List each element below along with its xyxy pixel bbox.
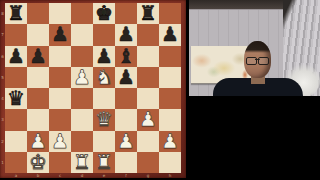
square-g6[interactable] — [137, 46, 159, 67]
square-e3[interactable]: ♛ — [93, 109, 115, 130]
square-d8[interactable] — [71, 3, 93, 24]
square-c7[interactable]: ♟ — [49, 24, 71, 45]
square-f1[interactable] — [115, 152, 137, 173]
square-h3[interactable] — [159, 109, 181, 130]
white-pawn-piece[interactable]: ♟ — [161, 131, 179, 152]
square-b3[interactable] — [27, 109, 49, 130]
black-rook-piece[interactable]: ♜ — [7, 3, 25, 24]
white-pawn-piece[interactable]: ♟ — [51, 131, 69, 152]
square-c2[interactable]: ♟ — [49, 131, 71, 152]
board-bottom-edge — [0, 178, 186, 180]
square-a8[interactable]: ♜ — [5, 3, 27, 24]
square-e2[interactable] — [93, 131, 115, 152]
square-a4[interactable]: ♛ — [5, 88, 27, 109]
black-pawn-piece[interactable]: ♟ — [117, 24, 135, 45]
rank-label-7: 7 — [1, 24, 5, 45]
rank-label-8: 8 — [1, 3, 5, 24]
white-pawn-piece[interactable]: ♟ — [139, 109, 157, 130]
square-d7[interactable] — [71, 24, 93, 45]
stream-frame: 87654321 abcdefgh ♜♚♜♟♟♟♟♟♟♝♟♞♟♛♛♟♟♟♟♟♚♜… — [0, 0, 320, 180]
square-c8[interactable] — [49, 3, 71, 24]
square-e5[interactable]: ♞ — [93, 67, 115, 88]
black-pawn-piece[interactable]: ♟ — [7, 46, 25, 67]
square-a5[interactable] — [5, 67, 27, 88]
square-b5[interactable] — [27, 67, 49, 88]
square-h1[interactable] — [159, 152, 181, 173]
square-c6[interactable] — [49, 46, 71, 67]
square-d3[interactable] — [71, 109, 93, 130]
white-king-piece[interactable]: ♚ — [29, 152, 47, 173]
square-g8[interactable]: ♜ — [137, 3, 159, 24]
square-a6[interactable]: ♟ — [5, 46, 27, 67]
square-h2[interactable]: ♟ — [159, 131, 181, 152]
square-f6[interactable]: ♝ — [115, 46, 137, 67]
white-pawn-piece[interactable]: ♟ — [73, 67, 91, 88]
square-g4[interactable] — [137, 88, 159, 109]
square-h6[interactable] — [159, 46, 181, 67]
monitor-silhouette — [189, 96, 320, 180]
square-c3[interactable] — [49, 109, 71, 130]
square-d4[interactable] — [71, 88, 93, 109]
white-knight-piece[interactable]: ♞ — [95, 67, 113, 88]
square-f5[interactable]: ♟ — [115, 67, 137, 88]
square-g2[interactable] — [137, 131, 159, 152]
white-queen-piece[interactable]: ♛ — [95, 109, 113, 130]
square-h7[interactable]: ♟ — [159, 24, 181, 45]
square-c5[interactable] — [49, 67, 71, 88]
square-f3[interactable] — [115, 109, 137, 130]
square-a2[interactable] — [5, 131, 27, 152]
rank-label-1: 1 — [1, 152, 5, 173]
black-pawn-piece[interactable]: ♟ — [117, 67, 135, 88]
square-c1[interactable] — [49, 152, 71, 173]
rank-label-6: 6 — [1, 46, 5, 67]
square-g5[interactable] — [137, 67, 159, 88]
square-f8[interactable] — [115, 3, 137, 24]
rank-label-3: 3 — [1, 109, 5, 130]
black-queen-piece[interactable]: ♛ — [7, 88, 25, 109]
glasses-right-lens — [258, 57, 269, 65]
glasses-icon — [246, 57, 269, 64]
square-d6[interactable] — [71, 46, 93, 67]
black-pawn-piece[interactable]: ♟ — [29, 46, 47, 67]
square-b6[interactable]: ♟ — [27, 46, 49, 67]
white-rook-piece[interactable]: ♜ — [95, 152, 113, 173]
square-a3[interactable] — [5, 109, 27, 130]
rank-label-2: 2 — [1, 131, 5, 152]
black-king-piece[interactable]: ♚ — [95, 3, 113, 24]
white-pawn-piece[interactable]: ♟ — [29, 131, 47, 152]
square-h8[interactable] — [159, 3, 181, 24]
black-pawn-piece[interactable]: ♟ — [161, 24, 179, 45]
square-d2[interactable] — [71, 131, 93, 152]
webcam-video — [189, 0, 320, 180]
square-c4[interactable] — [49, 88, 71, 109]
square-d1[interactable]: ♜ — [71, 152, 93, 173]
chess-board[interactable]: 87654321 abcdefgh ♜♚♜♟♟♟♟♟♟♝♟♞♟♛♛♟♟♟♟♟♚♜… — [0, 0, 186, 178]
square-g3[interactable]: ♟ — [137, 109, 159, 130]
square-b7[interactable] — [27, 24, 49, 45]
black-rook-piece[interactable]: ♜ — [139, 3, 157, 24]
black-pawn-piece[interactable]: ♟ — [51, 24, 69, 45]
board-squares: ♜♚♜♟♟♟♟♟♟♝♟♞♟♛♛♟♟♟♟♟♚♜♜ — [5, 3, 181, 173]
white-pawn-piece[interactable]: ♟ — [117, 131, 135, 152]
square-b1[interactable]: ♚ — [27, 152, 49, 173]
square-h4[interactable] — [159, 88, 181, 109]
black-bishop-piece[interactable]: ♝ — [117, 46, 135, 67]
square-b4[interactable] — [27, 88, 49, 109]
rank-label-4: 4 — [1, 88, 5, 109]
square-f7[interactable]: ♟ — [115, 24, 137, 45]
square-e1[interactable]: ♜ — [93, 152, 115, 173]
square-d5[interactable]: ♟ — [71, 67, 93, 88]
square-a1[interactable] — [5, 152, 27, 173]
square-f4[interactable] — [115, 88, 137, 109]
square-g7[interactable] — [137, 24, 159, 45]
square-e4[interactable] — [93, 88, 115, 109]
square-g1[interactable] — [137, 152, 159, 173]
square-b2[interactable]: ♟ — [27, 131, 49, 152]
square-b8[interactable] — [27, 3, 49, 24]
rank-label-5: 5 — [1, 67, 5, 88]
square-e6[interactable]: ♟ — [93, 46, 115, 67]
square-e8[interactable]: ♚ — [93, 3, 115, 24]
square-a7[interactable] — [5, 24, 27, 45]
black-pawn-piece[interactable]: ♟ — [95, 46, 113, 67]
square-e7[interactable] — [93, 24, 115, 45]
square-h5[interactable] — [159, 67, 181, 88]
square-f2[interactable]: ♟ — [115, 131, 137, 152]
white-rook-piece[interactable]: ♜ — [73, 152, 91, 173]
